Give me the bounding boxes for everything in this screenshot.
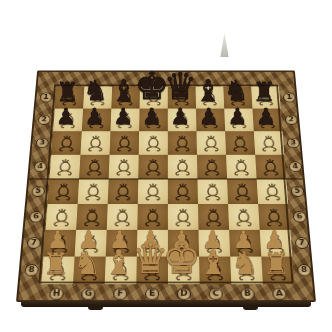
black-knight[interactable]: ♞ — [83, 77, 108, 105]
square[interactable] — [254, 131, 285, 154]
square[interactable] — [80, 131, 110, 154]
file-label-bottom: E — [145, 288, 159, 300]
square-ornament-icon — [85, 133, 106, 152]
square-ornament-icon — [173, 206, 194, 227]
square-ornament-icon — [203, 206, 224, 227]
square-ornament-icon — [202, 181, 223, 201]
square[interactable] — [168, 179, 198, 204]
rank-label-left: 1 — [40, 93, 53, 103]
rank-label-left: 8 — [24, 264, 39, 276]
box-clasp-left — [88, 306, 103, 310]
black-pawn[interactable]: ♟ — [256, 105, 276, 127]
rank-label-right: 1 — [283, 93, 296, 103]
square-ornament-icon — [52, 181, 74, 201]
square-ornament-icon — [143, 181, 164, 201]
chess-set-photo: 1234567812345678HGFEDCBA ♜♞♝♚♛♝♞♜♟♟♟♟♟♟♟… — [0, 0, 332, 332]
square-ornament-icon — [172, 181, 193, 201]
rank-label-left: 5 — [31, 186, 45, 197]
rank-label-left: 6 — [29, 211, 43, 222]
rank-label-right: 4 — [289, 161, 303, 172]
square[interactable] — [168, 155, 198, 179]
square-ornament-icon — [143, 157, 163, 177]
square-ornament-icon — [82, 181, 103, 201]
square[interactable] — [225, 131, 255, 154]
black-pawn[interactable]: ♟ — [56, 105, 76, 127]
square[interactable] — [49, 155, 80, 179]
square-ornament-icon — [231, 157, 252, 177]
white-rook[interactable]: ♜ — [42, 250, 68, 280]
square-ornament-icon — [143, 133, 163, 152]
square[interactable] — [109, 155, 139, 179]
square[interactable] — [138, 179, 168, 204]
square[interactable] — [197, 179, 228, 204]
background-piece-tip — [219, 33, 230, 57]
square[interactable] — [108, 179, 139, 204]
rank-label-left: 2 — [38, 115, 51, 125]
square[interactable] — [138, 155, 168, 179]
square-ornament-icon — [56, 133, 77, 152]
black-pawn[interactable]: ♟ — [85, 105, 105, 127]
square[interactable] — [257, 179, 289, 204]
square-ornament-icon — [112, 181, 133, 201]
black-pawn[interactable]: ♟ — [227, 105, 247, 127]
file-label-bottom: F — [113, 288, 127, 300]
square[interactable] — [255, 155, 286, 179]
square-ornament-icon — [233, 206, 255, 227]
square[interactable] — [51, 131, 81, 154]
white-rook[interactable]: ♜ — [263, 250, 289, 280]
square[interactable] — [227, 179, 258, 204]
black-knight[interactable]: ♞ — [224, 77, 249, 105]
square-ornament-icon — [84, 157, 105, 177]
white-bishop[interactable]: ♝ — [104, 246, 134, 279]
square[interactable] — [78, 179, 109, 204]
file-label-bottom: A — [272, 288, 287, 300]
square-ornament-icon — [81, 206, 103, 227]
square-ornament-icon — [113, 157, 134, 177]
box-clasp-right — [243, 306, 258, 310]
square-ornament-icon — [54, 157, 76, 177]
square-ornament-icon — [258, 133, 279, 152]
square[interactable] — [110, 131, 140, 154]
square-ornament-icon — [114, 133, 134, 152]
black-rook[interactable]: ♜ — [56, 79, 80, 105]
square[interactable] — [168, 131, 197, 154]
square-ornament-icon — [142, 206, 163, 227]
square-ornament-icon — [230, 133, 251, 152]
file-label-bottom: B — [240, 288, 255, 300]
square[interactable] — [139, 131, 168, 154]
square-ornament-icon — [112, 206, 133, 227]
rank-label-right: 8 — [297, 264, 312, 276]
file-label-bottom: C — [209, 288, 223, 300]
rank-label-left: 7 — [27, 237, 41, 249]
white-king[interactable]: ♚ — [162, 237, 201, 280]
black-rook[interactable]: ♜ — [253, 79, 277, 105]
black-pawn[interactable]: ♟ — [170, 105, 190, 127]
box-front-edge — [21, 301, 311, 307]
square-ornament-icon — [202, 157, 223, 177]
square-ornament-icon — [172, 157, 192, 177]
file-label-bottom: H — [49, 288, 64, 300]
file-label-bottom: G — [81, 288, 96, 300]
square-ornament-icon — [261, 181, 283, 201]
square-ornament-icon — [172, 133, 192, 152]
square[interactable] — [226, 155, 257, 179]
square[interactable] — [79, 155, 110, 179]
black-bishop[interactable]: ♝ — [195, 75, 222, 105]
rank-label-left: 3 — [36, 138, 49, 148]
black-pawn[interactable]: ♟ — [199, 105, 219, 127]
black-pawn[interactable]: ♟ — [113, 105, 133, 127]
rank-label-right: 3 — [287, 138, 301, 148]
black-bishop[interactable]: ♝ — [110, 75, 137, 105]
rank-label-left: 4 — [33, 161, 47, 172]
rank-label-right: 2 — [285, 115, 298, 125]
square[interactable] — [197, 155, 227, 179]
square-ornament-icon — [51, 206, 73, 227]
fold-seam — [29, 178, 303, 180]
square[interactable] — [196, 131, 226, 154]
black-queen[interactable]: ♛ — [164, 69, 197, 106]
file-label-bottom: D — [177, 288, 191, 300]
white-knight[interactable]: ♞ — [231, 248, 259, 280]
rank-label-right: 7 — [295, 237, 310, 249]
white-knight[interactable]: ♞ — [73, 248, 101, 280]
rank-label-right: 6 — [293, 211, 307, 222]
square[interactable] — [48, 179, 80, 204]
square-ornament-icon — [263, 206, 285, 227]
white-bishop[interactable]: ♝ — [198, 246, 228, 279]
square-ornament-icon — [201, 133, 221, 152]
square-ornament-icon — [232, 181, 254, 201]
rank-label-right: 5 — [291, 186, 305, 197]
square-ornament-icon — [260, 157, 282, 177]
black-pawn[interactable]: ♟ — [142, 105, 162, 127]
